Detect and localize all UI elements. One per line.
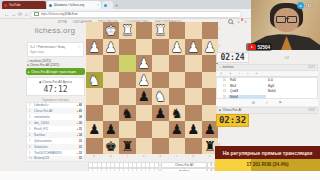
- analysis-board-icon[interactable]: ⊞: [252, 100, 255, 105]
- standings-player: dim_10000: [34, 121, 77, 125]
- move[interactable]: Bh4: [228, 84, 266, 88]
- tab3-favicon: [104, 4, 107, 7]
- first-move-button[interactable]: «: [229, 71, 231, 76]
- white-pawn-c2: ♟: [169, 39, 186, 56]
- square-b5: [185, 88, 202, 105]
- back-button[interactable]: ←: [4, 11, 9, 17]
- white-pawn-e3: ♟: [136, 55, 153, 72]
- square-e2: [136, 39, 153, 56]
- standings-player: Qekossenten: [34, 139, 79, 143]
- close-icon[interactable]: ✕: [244, 20, 247, 24]
- white-pawn-b2: ♟: [185, 39, 202, 56]
- notification-badge: 1: [241, 18, 244, 21]
- address-bar[interactable]: https://lichess.org/jKfAcEum: [30, 11, 242, 18]
- square-c4: [169, 72, 186, 89]
- square-b3: [185, 55, 202, 72]
- standings-score: 40: [79, 109, 82, 113]
- move[interactable]: Qxd8: [228, 89, 266, 93]
- square-d3: [152, 55, 169, 72]
- square-c8: [169, 138, 186, 155]
- black-player-rating: 2322: [308, 108, 315, 112]
- next-move-button[interactable]: ›: [247, 71, 248, 76]
- flag-icon[interactable]: ⚑: [279, 100, 283, 105]
- standings-player: Nachkar: [34, 133, 77, 137]
- square-g5: [103, 88, 120, 105]
- arena-box[interactable]: ◆ Chess-For-All Арена 47:12: [26, 77, 85, 96]
- move-row: 16Rd10-0: [217, 78, 317, 84]
- square-d8: [152, 138, 169, 155]
- square-b4: [185, 72, 202, 89]
- standings-score: 34: [79, 133, 82, 137]
- white-dot-icon: ○: [219, 65, 221, 69]
- white-king-g1: ♚: [103, 22, 120, 39]
- square-f7: [119, 121, 136, 138]
- standings-score: 32: [79, 151, 82, 155]
- square-h1: [86, 22, 103, 39]
- browser-tab-third[interactable]: [102, 1, 113, 9]
- reload-button[interactable]: ⟳: [18, 11, 22, 17]
- black-dot-icon: ●: [219, 108, 221, 112]
- white-pawn-e4: ♟: [136, 72, 153, 89]
- move[interactable]: 0-0: [266, 78, 304, 82]
- black-knight-f6: ♞: [119, 105, 136, 122]
- square-d7: [152, 121, 169, 138]
- standings-score: 32: [79, 156, 82, 160]
- standings-player: LebedevLc: [34, 103, 77, 107]
- square-h8: [86, 138, 103, 155]
- tab-title: Шахматы • lichess.org: [54, 3, 84, 7]
- black-pawn-g7: ♟: [103, 121, 120, 138]
- square-e1: [136, 22, 153, 39]
- square-f4: [119, 72, 136, 89]
- subscriber-count: 52504: [258, 45, 271, 50]
- browser-window: YouTube Шахматы • lichess.org × + ← → ⟳ …: [0, 0, 320, 180]
- nav-item[interactable]: ИГРА: [58, 20, 67, 24]
- square-h5: [86, 88, 103, 105]
- standings-score: 35: [79, 127, 82, 131]
- move-row: 18Qxd8Bxh4: [217, 89, 317, 95]
- square-g4: [103, 72, 120, 89]
- standings-player: Petult_FCI: [34, 127, 77, 131]
- standings-player: Chess-For-All: [34, 109, 77, 113]
- donation-progress-bar: 17 201 RUB (34.4%): [215, 159, 320, 171]
- black-player-link[interactable]: ● Chess-For-All (2322): [27, 63, 84, 67]
- arena-countdown: 47:12: [27, 85, 84, 94]
- square-c1: [169, 22, 186, 39]
- standings-score: 36: [79, 121, 82, 125]
- white-rook-f1: ♜: [119, 22, 136, 39]
- square-b8: [185, 138, 202, 155]
- square-d2: [152, 39, 169, 56]
- square-c3: [169, 55, 186, 72]
- move-list: 16Rd10-017Bh4Bg618Qxd8Bxh419Nxh4: [216, 77, 318, 100]
- last-move-button[interactable]: »: [255, 71, 257, 76]
- youtube-subscriber-counter: 52504: [246, 43, 272, 51]
- standings-player: Mutorej123: [34, 156, 79, 160]
- square-h6: [86, 105, 103, 122]
- move-number: 16: [217, 78, 228, 82]
- donation-banner: На регулярные прямые трансляции: [215, 146, 320, 159]
- white-rook-d1: ♜: [152, 22, 169, 39]
- challenge-icon[interactable]: ⚔1: [237, 20, 240, 24]
- telegram-badge: ▸ 743: [297, 2, 312, 9]
- square-b6: [185, 105, 202, 122]
- black-king-g8: ♚: [103, 138, 120, 155]
- square-f2: [119, 39, 136, 56]
- players-box: ○ murless (2071) ● Chess-For-All (2322): [27, 59, 84, 68]
- move-number: 18: [217, 89, 228, 93]
- page-background-strip: [0, 171, 320, 180]
- donation-progress-text: 17 201 RUB (34.4%): [215, 159, 320, 171]
- black-player-bar[interactable]: ● Chess-For-Al 2322: [216, 107, 318, 114]
- square-e7: [136, 121, 153, 138]
- new-tab-button[interactable]: +: [115, 2, 118, 8]
- standings-score: 38: [79, 115, 82, 119]
- square-h3: [86, 55, 103, 72]
- square-a1: [202, 22, 219, 39]
- lichess-favicon: [49, 4, 52, 7]
- standings-player: romanlenko: [34, 115, 79, 119]
- square-e6: [136, 105, 153, 122]
- streaming-banner[interactable]: ▸ Chess-For-All ведёт трансляцию: [26, 68, 85, 75]
- standings-score: 48: [79, 103, 82, 107]
- square-f5: [119, 88, 136, 105]
- lichess-nav-icons: ⚔1 ✕: [228, 19, 247, 24]
- streaming-banner-label: Chess-For-All ведёт трансляцию: [31, 70, 76, 74]
- black-pawn-b7: ♟: [185, 121, 202, 138]
- square-e8: [136, 138, 153, 155]
- black-player-name: Chess-For-Al: [222, 108, 308, 112]
- spectator-actions: ⊞✓⚑: [216, 99, 318, 106]
- url-text: https://lichess.org/jKfAcEum: [41, 12, 78, 16]
- donation-title: На регулярные прямые трансляции: [223, 150, 313, 156]
- square-g3: [103, 55, 120, 72]
- square-c5: [169, 88, 186, 105]
- white-player-name: murless: [222, 65, 308, 69]
- standings-player: Solotukins: [34, 145, 79, 149]
- square-b1: [185, 22, 202, 39]
- game-info-line1: 3+1 • Рейтинговая • Блиц: [30, 45, 81, 49]
- standings-score: 33: [79, 139, 82, 143]
- black-pawn-d6: ♟: [152, 105, 169, 122]
- move-row: 17Bh4Bg6: [217, 83, 317, 89]
- glasses: [276, 16, 297, 21]
- game-info-line2: Идёт игра: [30, 50, 81, 54]
- square-g6: [103, 105, 120, 122]
- arena-name: ◆ Chess-For-All Арена: [27, 80, 84, 84]
- move[interactable]: Bxh4: [266, 89, 304, 93]
- square-d4: [152, 72, 169, 89]
- black-pawn-c7: ♟: [169, 121, 186, 138]
- panel-note: #14: [284, 56, 289, 60]
- lock-icon: [34, 12, 39, 17]
- square-f3: [119, 55, 136, 72]
- standings-player: TheDUTCHMAN333: [34, 151, 77, 155]
- white-knight-h4: ♞: [86, 72, 103, 89]
- move-list-icon[interactable]: ≡: [220, 71, 222, 76]
- tab-close-icon[interactable]: ×: [97, 3, 99, 7]
- forward-button[interactable]: →: [11, 11, 16, 17]
- stream-play-icon: ▸: [28, 70, 30, 74]
- tab-title: YouTube: [9, 3, 21, 7]
- white-pawn-h2: ♟: [86, 39, 103, 56]
- prev-move-button[interactable]: ‹: [239, 71, 240, 76]
- standings-row[interactable]: 10Mutorej12332: [27, 156, 84, 162]
- chess-board: ♚♜♜♟♟♟♟♟♟♞♟♟♞♞♟♞♟♟♟♟♟♚♜♜: [86, 22, 218, 154]
- white-knight-d5: ♞: [152, 88, 169, 105]
- telegram-icon: ▸: [297, 2, 304, 9]
- game-info-box: 3+1 • Рейтинговая • Блиц Идёт игра ☆: [27, 42, 84, 57]
- white-pawn-g2: ♟: [103, 39, 120, 56]
- tournament-standings: 1LebedevLc▴482Chess-For-All▴403romanlenk…: [26, 102, 85, 163]
- move[interactable]: Bg6: [266, 84, 304, 88]
- browser-tab-youtube[interactable]: YouTube: [2, 1, 46, 9]
- black-rook-f8: ♜: [119, 138, 136, 155]
- badge-text: 743: [305, 3, 312, 8]
- bookmark-star-icon[interactable]: ☆: [77, 44, 81, 49]
- lichess-logo[interactable]: lichess.org: [26, 26, 84, 35]
- move-number: 17: [217, 84, 228, 88]
- move[interactable]: Rd1: [228, 78, 266, 82]
- youtube-favicon: [4, 4, 7, 7]
- vote-icon[interactable]: ✓: [265, 100, 268, 105]
- browser-tab-lichess-active[interactable]: Шахматы • lichess.org ×: [47, 1, 101, 9]
- home-button[interactable]: ⌂: [25, 11, 28, 17]
- youtube-icon: [248, 44, 256, 50]
- search-icon[interactable]: [228, 19, 233, 24]
- white-clock: 02:24: [216, 52, 249, 63]
- standings-score: 33: [79, 145, 82, 149]
- white-player-rating: 2071: [308, 65, 315, 69]
- black-pawn-h7: ♟: [86, 121, 103, 138]
- black-pawn-e5: ♟: [136, 88, 153, 105]
- board-file-coordinates: hgfedcba: [86, 155, 218, 158]
- black-knight-c6: ♞: [169, 105, 186, 122]
- black-clock-active: 02:32: [216, 114, 249, 127]
